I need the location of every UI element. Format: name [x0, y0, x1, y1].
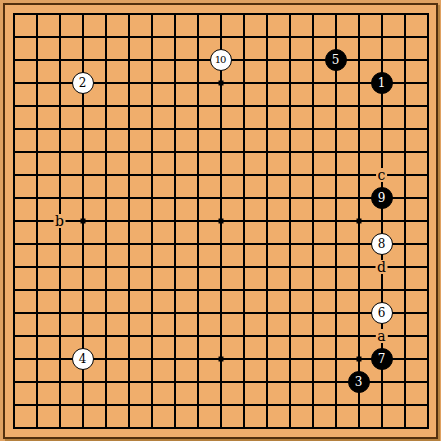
- stone-number: 6: [378, 307, 386, 319]
- stone-number: 5: [332, 54, 340, 66]
- stone-number: 7: [378, 353, 386, 365]
- point-label-b: b: [53, 214, 66, 228]
- point-label-d: d: [375, 260, 388, 274]
- point-label-c: c: [376, 168, 388, 182]
- stone-white-6: 6: [371, 302, 393, 324]
- stone-white-10: 10: [210, 49, 232, 71]
- stone-number: 9: [378, 192, 386, 204]
- star-point: [218, 218, 223, 223]
- stone-number: 4: [79, 353, 87, 365]
- stone-black-3: 3: [348, 371, 370, 393]
- stone-number: 10: [215, 55, 226, 65]
- stone-black-9: 9: [371, 187, 393, 209]
- stone-black-5: 5: [325, 49, 347, 71]
- star-point: [218, 356, 223, 361]
- stone-number: 1: [378, 77, 386, 89]
- stone-number: 3: [355, 376, 363, 388]
- stone-black-7: 7: [371, 348, 393, 370]
- stone-number: 8: [378, 238, 386, 250]
- star-point: [218, 80, 223, 85]
- stone-white-8: 8: [371, 233, 393, 255]
- stone-black-1: 1: [371, 72, 393, 94]
- stone-white-2: 2: [72, 72, 94, 94]
- go-board[interactable]: 12345678910abcd: [0, 0, 441, 441]
- star-point: [80, 218, 85, 223]
- star-point: [356, 218, 361, 223]
- point-label-a: a: [375, 329, 387, 343]
- stone-white-4: 4: [72, 348, 94, 370]
- star-point: [356, 356, 361, 361]
- stone-number: 2: [79, 77, 87, 89]
